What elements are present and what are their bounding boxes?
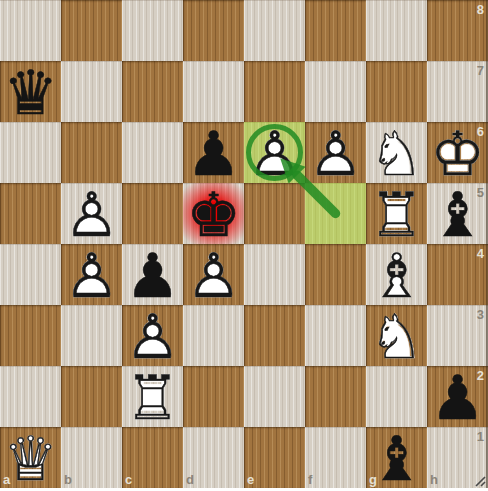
black-queen-glyph: ♛ (0, 61, 61, 122)
white-pawn-outline: ♙ (244, 122, 305, 183)
square-e3[interactable] (244, 305, 305, 366)
white-knight[interactable]: ♞♘ (366, 305, 427, 366)
square-d1[interactable]: d (183, 427, 244, 488)
white-pawn[interactable]: ♟♙ (305, 122, 366, 183)
square-a8[interactable] (0, 0, 61, 61)
coord-file-e: e (247, 472, 254, 487)
white-knight-outline: ♘ (366, 305, 427, 366)
coord-file-f: f (308, 472, 312, 487)
black-bishop[interactable]: ♝ (366, 427, 427, 488)
coord-file-c: c (125, 472, 132, 487)
white-rook[interactable]: ♜♖ (366, 183, 427, 244)
square-h7[interactable]: 7 (427, 61, 488, 122)
black-pawn-glyph: ♟ (183, 122, 244, 183)
square-e6[interactable]: ♟♙ (244, 122, 305, 183)
square-c6[interactable] (122, 122, 183, 183)
white-bishop-outline: ♗ (366, 244, 427, 305)
square-d3[interactable] (183, 305, 244, 366)
coord-file-h: h (430, 472, 438, 487)
square-e4[interactable] (244, 244, 305, 305)
square-e1[interactable]: e (244, 427, 305, 488)
square-f7[interactable] (305, 61, 366, 122)
square-f6[interactable]: ♟♙ (305, 122, 366, 183)
white-king[interactable]: ♚♔ (427, 122, 488, 183)
square-c2[interactable]: ♜♖ (122, 366, 183, 427)
square-a4[interactable] (0, 244, 61, 305)
square-c4[interactable]: ♟ (122, 244, 183, 305)
black-bishop-glyph: ♝ (427, 183, 488, 244)
square-a2[interactable] (0, 366, 61, 427)
square-f3[interactable] (305, 305, 366, 366)
white-bishop[interactable]: ♝♗ (366, 244, 427, 305)
square-b3[interactable] (61, 305, 122, 366)
square-b4[interactable]: ♟♙ (61, 244, 122, 305)
white-pawn-outline: ♙ (61, 183, 122, 244)
square-c1[interactable]: c (122, 427, 183, 488)
coord-rank-3: 3 (477, 307, 484, 322)
white-knight-outline: ♘ (366, 122, 427, 183)
square-g3[interactable]: ♞♘ (366, 305, 427, 366)
coord-rank-8: 8 (477, 2, 484, 17)
square-b8[interactable] (61, 0, 122, 61)
square-g1[interactable]: g♝ (366, 427, 427, 488)
coord-file-d: d (186, 472, 194, 487)
square-e8[interactable] (244, 0, 305, 61)
square-b6[interactable] (61, 122, 122, 183)
black-king-glyph: ♚ (183, 183, 244, 244)
square-h1[interactable]: 1h (427, 427, 488, 488)
white-pawn[interactable]: ♟♙ (183, 244, 244, 305)
black-pawn[interactable]: ♟ (122, 244, 183, 305)
black-pawn-glyph: ♟ (122, 244, 183, 305)
black-pawn[interactable]: ♟ (183, 122, 244, 183)
white-pawn[interactable]: ♟♙ (244, 122, 305, 183)
white-queen-outline: ♕ (0, 427, 61, 488)
white-rook-outline: ♖ (122, 366, 183, 427)
chess-board: 8♛7♟♟♙♟♙♞♘6♚♔♟♙♚♜♖5♝♟♙♟♟♙♝♗4♟♙♞♘3♜♖2♟a♛♕… (0, 0, 488, 488)
square-c3[interactable]: ♟♙ (122, 305, 183, 366)
coord-file-b: b (64, 472, 72, 487)
square-h8[interactable]: 8 (427, 0, 488, 61)
black-bishop-glyph: ♝ (366, 427, 427, 488)
square-d8[interactable] (183, 0, 244, 61)
square-c8[interactable] (122, 0, 183, 61)
square-d7[interactable] (183, 61, 244, 122)
square-b7[interactable] (61, 61, 122, 122)
black-pawn[interactable]: ♟ (427, 366, 488, 427)
white-pawn-outline: ♙ (305, 122, 366, 183)
white-pawn-outline: ♙ (183, 244, 244, 305)
square-a6[interactable] (0, 122, 61, 183)
board-resize-icon[interactable] (473, 473, 486, 486)
square-c5[interactable] (122, 183, 183, 244)
white-queen[interactable]: ♛♕ (0, 427, 61, 488)
square-e5[interactable] (244, 183, 305, 244)
square-e2[interactable] (244, 366, 305, 427)
white-rook[interactable]: ♜♖ (122, 366, 183, 427)
square-f4[interactable] (305, 244, 366, 305)
white-king-outline: ♔ (427, 122, 488, 183)
square-g7[interactable] (366, 61, 427, 122)
square-f5[interactable] (305, 183, 366, 244)
white-knight[interactable]: ♞♘ (366, 122, 427, 183)
square-a7[interactable]: ♛ (0, 61, 61, 122)
square-g6[interactable]: ♞♘ (366, 122, 427, 183)
white-pawn[interactable]: ♟♙ (61, 244, 122, 305)
square-d4[interactable]: ♟♙ (183, 244, 244, 305)
square-a5[interactable] (0, 183, 61, 244)
square-f2[interactable] (305, 366, 366, 427)
square-d2[interactable] (183, 366, 244, 427)
square-g2[interactable] (366, 366, 427, 427)
square-b1[interactable]: b (61, 427, 122, 488)
square-h4[interactable]: 4 (427, 244, 488, 305)
white-pawn[interactable]: ♟♙ (61, 183, 122, 244)
square-g8[interactable] (366, 0, 427, 61)
black-queen[interactable]: ♛ (0, 61, 61, 122)
square-d6[interactable]: ♟ (183, 122, 244, 183)
square-h3[interactable]: 3 (427, 305, 488, 366)
white-pawn-outline: ♙ (122, 305, 183, 366)
coord-rank-7: 7 (477, 63, 484, 78)
square-f1[interactable]: f (305, 427, 366, 488)
white-pawn-outline: ♙ (61, 244, 122, 305)
white-rook-outline: ♖ (366, 183, 427, 244)
square-f8[interactable] (305, 0, 366, 61)
square-h6[interactable]: 6♚♔ (427, 122, 488, 183)
square-g5[interactable]: ♜♖ (366, 183, 427, 244)
page: 8♛7♟♟♙♟♙♞♘6♚♔♟♙♚♜♖5♝♟♙♟♟♙♝♗4♟♙♞♘3♜♖2♟a♛♕… (0, 0, 488, 488)
square-c7[interactable] (122, 61, 183, 122)
black-pawn-glyph: ♟ (427, 366, 488, 427)
square-b2[interactable] (61, 366, 122, 427)
square-h2[interactable]: 2♟ (427, 366, 488, 427)
square-a1[interactable]: a♛♕ (0, 427, 61, 488)
black-king[interactable]: ♚ (183, 183, 244, 244)
white-pawn[interactable]: ♟♙ (122, 305, 183, 366)
square-a3[interactable] (0, 305, 61, 366)
black-bishop[interactable]: ♝ (427, 183, 488, 244)
square-d5[interactable]: ♚ (183, 183, 244, 244)
square-h5[interactable]: 5♝ (427, 183, 488, 244)
square-e7[interactable] (244, 61, 305, 122)
square-b5[interactable]: ♟♙ (61, 183, 122, 244)
square-g4[interactable]: ♝♗ (366, 244, 427, 305)
